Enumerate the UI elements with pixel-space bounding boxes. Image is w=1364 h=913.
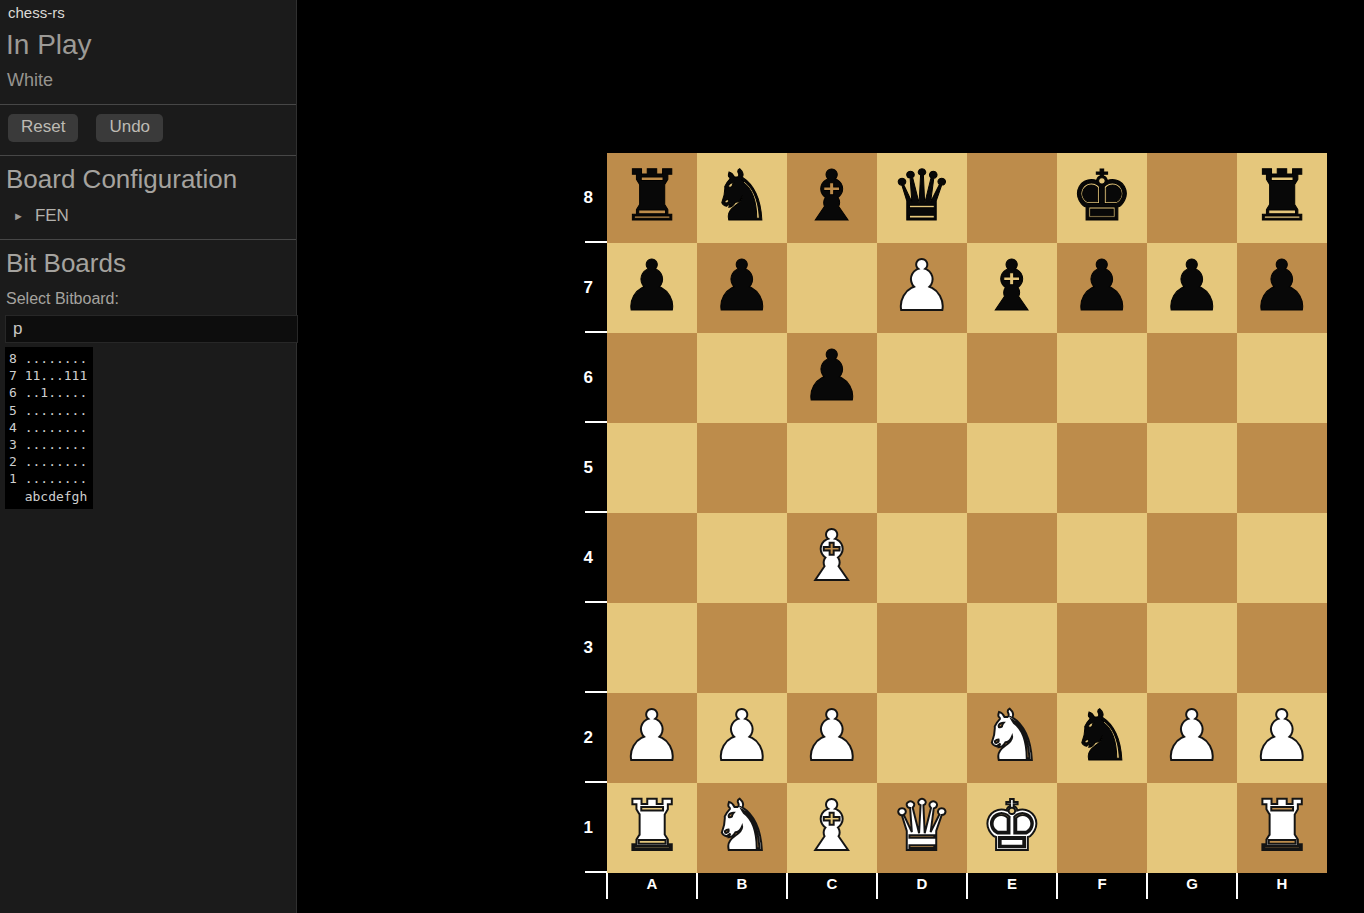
- square-c7[interactable]: [787, 243, 877, 333]
- square-h2[interactable]: ♟: [1237, 693, 1327, 783]
- black-knight-f2[interactable]: ♞: [1071, 701, 1134, 771]
- square-f1[interactable]: [1057, 783, 1147, 873]
- separator: [0, 104, 296, 105]
- rank-label-3: 3: [572, 603, 598, 693]
- file-label-e: E: [967, 875, 1057, 899]
- square-d7[interactable]: ♟: [877, 243, 967, 333]
- fen-expander-label: FEN: [35, 206, 69, 226]
- black-pawn-a7[interactable]: ♟: [621, 251, 684, 321]
- black-rook-h8[interactable]: ♜: [1251, 161, 1314, 231]
- board-configuration-heading: Board Configuration: [6, 164, 296, 195]
- black-pawn-c6[interactable]: ♟: [801, 341, 864, 411]
- rank-label-7: 7: [572, 243, 598, 333]
- square-b6[interactable]: [697, 333, 787, 423]
- square-f3[interactable]: [1057, 603, 1147, 693]
- collapsed-arrow-icon: ►: [13, 210, 24, 222]
- square-a3[interactable]: [607, 603, 697, 693]
- file-label-b: B: [697, 875, 787, 899]
- separator: [0, 155, 296, 156]
- black-pawn-g7[interactable]: ♟: [1161, 251, 1224, 321]
- white-pawn-b2[interactable]: ♟: [711, 701, 774, 771]
- black-bishop-e7[interactable]: ♝: [981, 251, 1044, 321]
- black-bishop-c8[interactable]: ♝: [801, 161, 864, 231]
- rank-label-1: 1: [572, 783, 598, 873]
- square-h7[interactable]: ♟: [1237, 243, 1327, 333]
- white-bishop-c4[interactable]: ♝: [801, 521, 864, 591]
- bit-boards-heading: Bit Boards: [6, 248, 296, 279]
- white-pawn-a2[interactable]: ♟: [621, 701, 684, 771]
- square-a1[interactable]: ♜: [607, 783, 697, 873]
- file-label-h: H: [1237, 875, 1327, 899]
- side-to-move-text: White: [7, 70, 296, 91]
- file-tick: [966, 873, 968, 899]
- square-h4[interactable]: [1237, 513, 1327, 603]
- file-tick: [1056, 873, 1058, 899]
- square-h5[interactable]: [1237, 423, 1327, 513]
- file-label-d: D: [877, 875, 967, 899]
- white-knight-b1[interactable]: ♞: [711, 791, 774, 861]
- square-d8[interactable]: ♛: [877, 153, 967, 243]
- square-g8[interactable]: [1147, 153, 1237, 243]
- square-g6[interactable]: [1147, 333, 1237, 423]
- square-e4[interactable]: [967, 513, 1057, 603]
- black-knight-b8[interactable]: ♞: [711, 161, 774, 231]
- square-b5[interactable]: [697, 423, 787, 513]
- square-a2[interactable]: ♟: [607, 693, 697, 783]
- file-label-c: C: [787, 875, 877, 899]
- file-label-f: F: [1057, 875, 1147, 899]
- square-d5[interactable]: [877, 423, 967, 513]
- black-pawn-h7[interactable]: ♟: [1251, 251, 1314, 321]
- square-f7[interactable]: ♟: [1057, 243, 1147, 333]
- square-a6[interactable]: [607, 333, 697, 423]
- square-c1[interactable]: ♝: [787, 783, 877, 873]
- square-b1[interactable]: ♞: [697, 783, 787, 873]
- rank-label-6: 6: [572, 333, 598, 423]
- square-a8[interactable]: ♜: [607, 153, 697, 243]
- square-g2[interactable]: ♟: [1147, 693, 1237, 783]
- square-f6[interactable]: [1057, 333, 1147, 423]
- file-tick: [606, 873, 608, 899]
- square-g7[interactable]: ♟: [1147, 243, 1237, 333]
- square-e5[interactable]: [967, 423, 1057, 513]
- square-d6[interactable]: [877, 333, 967, 423]
- square-c6[interactable]: ♟: [787, 333, 877, 423]
- bitboard-select-input[interactable]: p: [5, 315, 298, 343]
- white-pawn-c2[interactable]: ♟: [801, 701, 864, 771]
- reset-button[interactable]: Reset: [8, 114, 78, 142]
- square-b2[interactable]: ♟: [697, 693, 787, 783]
- file-tick: [1146, 873, 1148, 899]
- white-knight-e2[interactable]: ♞: [981, 701, 1044, 771]
- undo-button[interactable]: Undo: [96, 114, 163, 142]
- file-label-g: G: [1147, 875, 1237, 899]
- square-d1[interactable]: ♛: [877, 783, 967, 873]
- rank-label-8: 8: [572, 153, 598, 243]
- square-a7[interactable]: ♟: [607, 243, 697, 333]
- square-e6[interactable]: [967, 333, 1057, 423]
- rank-label-5: 5: [572, 423, 598, 513]
- black-king-f8[interactable]: ♚: [1071, 161, 1134, 231]
- square-e1[interactable]: ♚: [967, 783, 1057, 873]
- square-g1[interactable]: [1147, 783, 1237, 873]
- square-b4[interactable]: [697, 513, 787, 603]
- action-button-row: Reset Undo: [8, 114, 296, 142]
- game-status-heading: In Play: [6, 29, 296, 61]
- square-e8[interactable]: [967, 153, 1057, 243]
- select-bitboard-label: Select Bitboard:: [6, 290, 296, 308]
- bitboard-grid-display: 8 ........ 7 11...111 6 ..1..... 5 .....…: [5, 347, 93, 509]
- white-pawn-d7[interactable]: ♟: [891, 251, 954, 321]
- rank-label-4: 4: [572, 513, 598, 603]
- rank-tick: [585, 871, 607, 873]
- file-tick: [696, 873, 698, 899]
- file-tick: [786, 873, 788, 899]
- square-h3[interactable]: [1237, 603, 1327, 693]
- square-d4[interactable]: [877, 513, 967, 603]
- sidebar: chess-rs In Play White Reset Undo Board …: [0, 0, 297, 913]
- square-f2[interactable]: ♞: [1057, 693, 1147, 783]
- file-tick: [876, 873, 878, 899]
- square-f4[interactable]: [1057, 513, 1147, 603]
- white-king-e1[interactable]: ♚: [981, 791, 1044, 861]
- app-title: chess-rs: [8, 4, 296, 21]
- square-b7[interactable]: ♟: [697, 243, 787, 333]
- square-c4[interactable]: ♝: [787, 513, 877, 603]
- square-e7[interactable]: ♝: [967, 243, 1057, 333]
- square-f8[interactable]: ♚: [1057, 153, 1147, 243]
- square-h8[interactable]: ♜: [1237, 153, 1327, 243]
- square-g3[interactable]: [1147, 603, 1237, 693]
- black-rook-a8[interactable]: ♜: [621, 161, 684, 231]
- square-b8[interactable]: ♞: [697, 153, 787, 243]
- separator: [0, 239, 296, 240]
- square-c2[interactable]: ♟: [787, 693, 877, 783]
- square-c5[interactable]: [787, 423, 877, 513]
- black-queen-d8[interactable]: ♛: [891, 161, 954, 231]
- square-a5[interactable]: [607, 423, 697, 513]
- file-tick: [1236, 873, 1238, 899]
- rank-label-2: 2: [572, 693, 598, 783]
- white-rook-h1[interactable]: ♜: [1251, 791, 1314, 861]
- square-c3[interactable]: [787, 603, 877, 693]
- black-pawn-f7[interactable]: ♟: [1071, 251, 1134, 321]
- file-label-a: A: [607, 875, 697, 899]
- black-pawn-b7[interactable]: ♟: [711, 251, 774, 321]
- square-d3[interactable]: [877, 603, 967, 693]
- white-rook-a1[interactable]: ♜: [621, 791, 684, 861]
- chess-board: ♜♞♝♛♚♜♟♟♟♝♟♟♟♟♝♟♟♟♞♞♟♟♜♞♝♛♚♜: [607, 153, 1327, 873]
- square-h6[interactable]: [1237, 333, 1327, 423]
- square-c8[interactable]: ♝: [787, 153, 877, 243]
- square-e2[interactable]: ♞: [967, 693, 1057, 783]
- square-b3[interactable]: [697, 603, 787, 693]
- square-f5[interactable]: [1057, 423, 1147, 513]
- square-g4[interactable]: [1147, 513, 1237, 603]
- fen-expander[interactable]: ► FEN: [13, 206, 296, 226]
- white-queen-d1[interactable]: ♛: [891, 791, 954, 861]
- white-pawn-g2[interactable]: ♟: [1161, 701, 1224, 771]
- square-d2[interactable]: [877, 693, 967, 783]
- white-pawn-h2[interactable]: ♟: [1251, 701, 1314, 771]
- white-bishop-c1[interactable]: ♝: [801, 791, 864, 861]
- square-h1[interactable]: ♜: [1237, 783, 1327, 873]
- square-g5[interactable]: [1147, 423, 1237, 513]
- square-a4[interactable]: [607, 513, 697, 603]
- square-e3[interactable]: [967, 603, 1057, 693]
